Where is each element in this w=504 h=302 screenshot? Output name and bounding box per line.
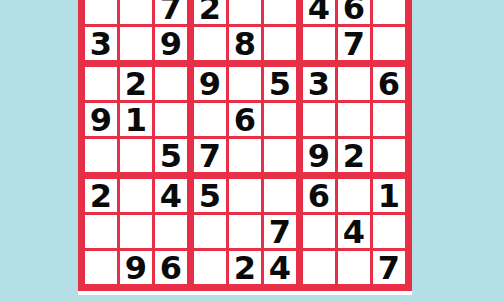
cell-r8c9[interactable] [373, 215, 405, 248]
cell-r6c3[interactable]: 5 [155, 139, 187, 172]
cell-r9c7[interactable] [303, 251, 335, 284]
cell-r8c5[interactable] [229, 215, 261, 248]
cell-r7c4[interactable]: 5 [194, 179, 226, 212]
cell-r7c8[interactable] [338, 179, 370, 212]
cell-r5c8[interactable] [338, 103, 370, 136]
cell-r4c1[interactable] [85, 67, 117, 100]
cell-r3c7[interactable] [303, 27, 335, 60]
cell-r2c6[interactable] [264, 0, 296, 24]
cell-r2c3[interactable]: 7 [155, 0, 187, 24]
cell-r8c8[interactable]: 4 [338, 215, 370, 248]
cell-r6c1[interactable] [85, 139, 117, 172]
cell-r3c8[interactable]: 7 [338, 27, 370, 60]
cell-r2c2[interactable] [120, 0, 152, 24]
cell-r4c5[interactable] [229, 67, 261, 100]
cell-r7c5[interactable] [229, 179, 261, 212]
cell-r6c7[interactable]: 9 [303, 139, 335, 172]
puzzle-area: 72463987295369165792245617496247 [0, 0, 504, 302]
cell-r8c4[interactable] [194, 215, 226, 248]
cell-r5c1[interactable]: 9 [85, 103, 117, 136]
cell-r4c3[interactable] [155, 67, 187, 100]
cell-r3c4[interactable] [194, 27, 226, 60]
cell-r5c3[interactable] [155, 103, 187, 136]
sudoku-board: 72463987295369165792245617496247 [78, 0, 412, 291]
cell-r5c7[interactable] [303, 103, 335, 136]
cell-r6c2[interactable] [120, 139, 152, 172]
cell-r2c7[interactable]: 4 [303, 0, 335, 24]
cell-r3c3[interactable]: 9 [155, 27, 187, 60]
cell-r8c2[interactable] [120, 215, 152, 248]
cell-r2c1[interactable] [85, 0, 117, 24]
cell-r5c9[interactable] [373, 103, 405, 136]
cell-r9c3[interactable]: 6 [155, 251, 187, 284]
cell-r2c9[interactable] [373, 0, 405, 24]
cell-r7c3[interactable]: 4 [155, 179, 187, 212]
cell-r5c2[interactable]: 1 [120, 103, 152, 136]
cell-r6c5[interactable] [229, 139, 261, 172]
cell-r9c1[interactable] [85, 251, 117, 284]
cell-r3c2[interactable] [120, 27, 152, 60]
cell-r8c6[interactable]: 7 [264, 215, 296, 248]
cell-r4c2[interactable]: 2 [120, 67, 152, 100]
cell-r4c9[interactable]: 6 [373, 67, 405, 100]
cell-r5c6[interactable] [264, 103, 296, 136]
cell-r2c4[interactable]: 2 [194, 0, 226, 24]
cell-r4c8[interactable] [338, 67, 370, 100]
cell-r9c9[interactable]: 7 [373, 251, 405, 284]
cell-r5c4[interactable] [194, 103, 226, 136]
cell-r6c9[interactable] [373, 139, 405, 172]
cell-r2c8[interactable]: 6 [338, 0, 370, 24]
cell-r6c8[interactable]: 2 [338, 139, 370, 172]
cell-r9c6[interactable]: 4 [264, 251, 296, 284]
cell-r6c4[interactable]: 7 [194, 139, 226, 172]
cell-r6c6[interactable] [264, 139, 296, 172]
cell-r3c1[interactable]: 3 [85, 27, 117, 60]
cell-r7c2[interactable] [120, 179, 152, 212]
cell-r7c7[interactable]: 6 [303, 179, 335, 212]
cell-r9c4[interactable] [194, 251, 226, 284]
cell-r4c4[interactable]: 9 [194, 67, 226, 100]
cell-r7c9[interactable]: 1 [373, 179, 405, 212]
cell-r5c5[interactable]: 6 [229, 103, 261, 136]
cell-r9c5[interactable]: 2 [229, 251, 261, 284]
cell-r9c2[interactable]: 9 [120, 251, 152, 284]
cell-r2c5[interactable] [229, 0, 261, 24]
cell-r3c9[interactable] [373, 27, 405, 60]
cell-r7c6[interactable] [264, 179, 296, 212]
cell-r8c1[interactable] [85, 215, 117, 248]
cell-r9c8[interactable] [338, 251, 370, 284]
cell-r7c1[interactable]: 2 [85, 179, 117, 212]
cell-r8c3[interactable] [155, 215, 187, 248]
cell-r8c7[interactable] [303, 215, 335, 248]
cell-r4c6[interactable]: 5 [264, 67, 296, 100]
cell-r4c7[interactable]: 3 [303, 67, 335, 100]
cell-r3c6[interactable] [264, 27, 296, 60]
cell-r3c5[interactable]: 8 [229, 27, 261, 60]
